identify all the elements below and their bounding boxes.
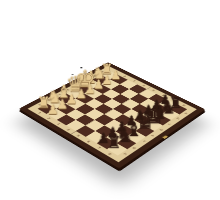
coordinate-label: e [150,134,155,137]
coordinate-label: d [159,128,164,131]
chessboard: 12345678 12345678 abcdefgh abcdefgh ♜♟♟♜… [19,62,205,168]
coordinate-label: 3 [56,122,62,125]
board-grid: ♜♟♟♜♞♟♟♞♝♟♟♝♚♟♟♚♛♟♟♛♝♟♟♝♞♟♟♞♜♟♟♜ [38,71,188,156]
coordinate-label: 6 [86,140,92,143]
coordinate-label: f [141,140,146,143]
coordinate-label: h [123,152,129,156]
board-border: 12345678 12345678 abcdefgh abcdefgh ♜♟♟♜… [28,66,197,162]
coordinate-label: c [167,123,172,126]
black-rook-piece: ♜ [107,135,122,151]
coordinate-label: b [176,117,181,120]
coordinate-label: 8 [107,152,113,156]
coordinate-label: a [184,112,189,115]
product-photo-chess-set: 12345678 12345678 abcdefgh abcdefgh ♜♟♟♜… [0,0,220,200]
coordinate-label: 7 [96,146,102,149]
brass-clasp-icon [162,135,167,138]
coordinate-label: 5 [76,134,82,137]
white-pawn-piece: ♟ [46,103,60,116]
coordinate-label: g [132,146,137,149]
coordinate-label: 4 [66,128,72,131]
coordinate-label: 2 [46,117,51,120]
coordinate-label: 1 [37,111,42,114]
board-frame: 12345678 12345678 abcdefgh abcdefgh ♜♟♟♜… [19,62,205,168]
